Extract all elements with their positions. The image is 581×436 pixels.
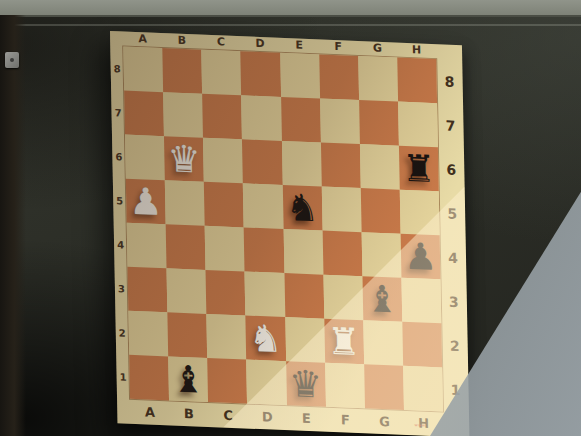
photo-scene: ABCDEFGH ABCDEFGH 87654321 87654321 www …	[0, 0, 581, 436]
black-bishop-b1[interactable]: ♝	[171, 360, 205, 398]
square-h8[interactable]	[397, 58, 437, 104]
square-e3[interactable]	[284, 273, 324, 319]
file-label-b: B	[169, 405, 208, 422]
file-label-c: C	[208, 407, 247, 424]
square-a5[interactable]: ♟	[126, 179, 166, 225]
square-c7[interactable]	[202, 94, 242, 140]
rank-label-3: 3	[115, 266, 129, 311]
square-a7[interactable]	[124, 91, 164, 137]
square-b3[interactable]	[167, 268, 207, 314]
square-g2[interactable]	[363, 320, 403, 366]
square-h3[interactable]	[401, 278, 441, 324]
file-label-f: F	[326, 412, 365, 429]
square-f8[interactable]	[319, 54, 359, 100]
rank-label-2: 2	[115, 310, 129, 355]
square-d7[interactable]	[241, 95, 281, 141]
black-bishop-g3[interactable]: ♝	[365, 280, 399, 318]
file-label-a: A	[130, 404, 169, 421]
square-e6[interactable]	[281, 141, 321, 187]
square-h7[interactable]	[398, 102, 438, 148]
square-c2[interactable]	[207, 314, 247, 360]
rank-label-2: 2	[441, 323, 468, 368]
square-e5[interactable]: ♞	[282, 185, 322, 231]
square-d1[interactable]	[247, 360, 287, 406]
square-b2[interactable]	[167, 312, 207, 358]
demo-chessboard: ABCDEFGH ABCDEFGH 87654321 87654321 www …	[110, 31, 469, 436]
square-d4[interactable]	[244, 227, 284, 273]
square-g6[interactable]	[360, 144, 400, 190]
rank-label-1: 1	[116, 354, 130, 399]
file-label-a: A	[123, 32, 162, 49]
square-b7[interactable]	[163, 92, 203, 138]
rank-label-5: 5	[113, 178, 127, 223]
square-b4[interactable]	[166, 224, 206, 270]
square-c5[interactable]	[204, 182, 244, 228]
square-b6[interactable]: ♛	[164, 136, 204, 182]
rank-label-8: 8	[436, 59, 463, 104]
black-pawn-h4[interactable]: ♟	[404, 237, 438, 275]
blackboard-frame-highlight	[0, 24, 581, 26]
square-h5[interactable]	[400, 190, 440, 236]
square-b5[interactable]	[165, 180, 205, 226]
square-c1[interactable]	[207, 358, 247, 404]
square-g3[interactable]: ♝	[362, 276, 402, 322]
square-b1[interactable]: ♝	[168, 356, 208, 402]
square-f7[interactable]	[320, 98, 360, 144]
square-c8[interactable]	[202, 50, 242, 96]
white-pawn-a5[interactable]: ♟	[129, 182, 163, 220]
black-rook-h6[interactable]: ♜	[402, 149, 436, 187]
square-f1[interactable]	[325, 363, 365, 409]
square-c6[interactable]	[203, 138, 243, 184]
rank-label-7: 7	[111, 90, 125, 135]
rank-label-6: 6	[112, 134, 126, 179]
rank-label-8: 8	[110, 46, 124, 91]
square-a8[interactable]	[123, 47, 163, 93]
rank-label-3: 3	[440, 279, 467, 324]
wall-strip	[0, 0, 581, 17]
file-label-g: G	[365, 413, 404, 430]
square-a1[interactable]	[129, 355, 169, 401]
square-f4[interactable]	[322, 231, 362, 277]
square-g1[interactable]	[364, 364, 404, 410]
file-label-b: B	[162, 33, 201, 50]
file-label-e: E	[287, 410, 326, 427]
square-d5[interactable]	[243, 183, 283, 229]
white-rook-f2[interactable]: ♜	[327, 322, 361, 360]
file-label-h: H	[397, 43, 436, 60]
rank-label-7: 7	[437, 103, 464, 148]
square-g5[interactable]	[361, 188, 401, 234]
white-knight-d2[interactable]: ♞	[249, 319, 283, 357]
square-g7[interactable]	[359, 100, 399, 146]
square-f2[interactable]: ♜	[324, 319, 364, 365]
square-g8[interactable]	[358, 56, 398, 102]
chess-grid: ♛♜♟♞♟♝♞♜♝♛	[123, 47, 443, 412]
square-d2[interactable]: ♞	[246, 316, 286, 362]
square-f6[interactable]	[321, 142, 361, 188]
square-d8[interactable]	[241, 51, 281, 97]
rank-label-5: 5	[439, 191, 466, 236]
square-h2[interactable]	[402, 322, 442, 368]
rank-label-1: 1	[442, 367, 469, 412]
square-e2[interactable]	[285, 317, 325, 363]
square-d3[interactable]	[245, 271, 285, 317]
square-f3[interactable]	[323, 275, 363, 321]
file-label-d: D	[240, 36, 279, 53]
square-e4[interactable]	[283, 229, 323, 275]
square-e8[interactable]	[280, 53, 320, 99]
square-c3[interactable]	[206, 270, 246, 316]
square-a6[interactable]	[125, 135, 165, 181]
square-g4[interactable]	[361, 232, 401, 278]
blackboard-frame-left	[0, 15, 26, 436]
white-queen-b6[interactable]: ♛	[167, 140, 201, 178]
file-label-d: D	[247, 409, 286, 426]
square-e7[interactable]	[281, 97, 321, 143]
rank-label-4: 4	[440, 235, 467, 280]
square-d6[interactable]	[242, 139, 282, 185]
square-h1[interactable]	[403, 366, 443, 412]
rank-label-6: 6	[438, 147, 465, 192]
file-label-c: C	[201, 35, 240, 52]
file-label-e: E	[279, 38, 318, 55]
square-h4[interactable]: ♟	[400, 234, 440, 280]
board-maker-logo-bottom: www	[415, 422, 426, 427]
square-a2[interactable]	[128, 311, 168, 357]
file-label-f: F	[319, 39, 358, 56]
black-knight-e5[interactable]: ♞	[285, 189, 319, 227]
square-h6[interactable]: ♜	[399, 146, 439, 192]
rank-label-4: 4	[114, 222, 128, 267]
square-e1[interactable]: ♛	[286, 361, 326, 407]
square-b8[interactable]	[162, 48, 202, 94]
square-f5[interactable]	[321, 187, 361, 233]
corner-bracket	[5, 52, 19, 68]
square-c4[interactable]	[205, 226, 245, 272]
black-queen-e1[interactable]: ♛	[289, 365, 323, 403]
square-a4[interactable]	[127, 223, 167, 269]
file-label-g: G	[358, 41, 397, 58]
square-a3[interactable]	[128, 267, 168, 313]
